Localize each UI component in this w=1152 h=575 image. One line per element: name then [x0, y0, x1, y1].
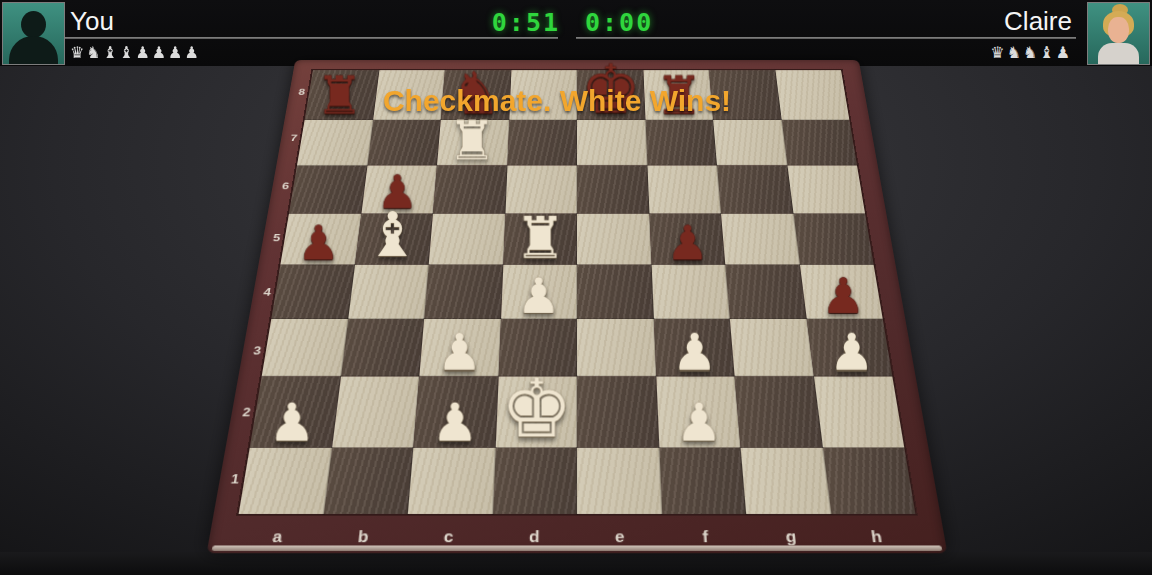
- square-c5[interactable]: [429, 214, 505, 265]
- square-a5[interactable]: ♟: [280, 214, 361, 265]
- captured-pieces-claire: ♛♞♞♝♟: [990, 43, 1072, 62]
- square-e1[interactable]: [577, 448, 662, 514]
- square-b7[interactable]: [367, 120, 441, 166]
- square-f4[interactable]: [651, 265, 730, 319]
- square-b2[interactable]: [332, 377, 420, 448]
- square-d5[interactable]: ♜: [503, 214, 577, 265]
- square-g4[interactable]: [725, 265, 806, 319]
- square-f6[interactable]: [647, 166, 721, 214]
- square-c4[interactable]: [424, 265, 503, 319]
- square-a6[interactable]: [289, 166, 367, 214]
- piece-black-pawn[interactable]: ♟: [297, 218, 340, 266]
- avatar-silhouette-icon: [21, 11, 46, 38]
- captured-pawn-icon: ♟: [152, 43, 168, 62]
- square-b1[interactable]: [323, 448, 413, 514]
- square-e2[interactable]: [577, 377, 659, 448]
- square-c2[interactable]: ♟: [413, 377, 498, 448]
- captured-bishop-icon: ♝: [103, 43, 119, 62]
- piece-white-king[interactable]: ♚: [500, 368, 572, 449]
- board-squares: ♜♞♚♜♜♟♟♝♜♟♟♟♟♟♟♟♟♚♟: [239, 70, 916, 514]
- square-e4[interactable]: [577, 265, 653, 319]
- piece-black-pawn[interactable]: ♟: [822, 271, 866, 320]
- square-d1[interactable]: [492, 448, 577, 514]
- captured-bishop-icon: ♝: [119, 43, 135, 62]
- square-e7[interactable]: [577, 120, 647, 166]
- square-f2[interactable]: ♟: [656, 377, 741, 448]
- captured-queen-icon: ♛: [990, 43, 1006, 62]
- piece-white-pawn[interactable]: ♟: [676, 396, 723, 449]
- square-g1[interactable]: [741, 448, 831, 514]
- square-a2[interactable]: ♟: [250, 377, 341, 448]
- piece-white-pawn[interactable]: ♟: [268, 396, 315, 449]
- square-g5[interactable]: [721, 214, 799, 265]
- square-e3[interactable]: [577, 319, 656, 377]
- captured-pawn-icon: ♟: [168, 43, 184, 62]
- square-h6[interactable]: [787, 166, 865, 214]
- square-g2[interactable]: [735, 377, 823, 448]
- clock-black: 0:00: [585, 8, 653, 37]
- square-h2[interactable]: [814, 377, 905, 448]
- piece-white-pawn[interactable]: ♟: [431, 396, 478, 449]
- square-h1[interactable]: [822, 448, 915, 514]
- square-a7[interactable]: [297, 120, 373, 166]
- square-h4[interactable]: ♟: [799, 265, 882, 319]
- piece-white-pawn[interactable]: ♟: [436, 327, 481, 378]
- captured-pawn-icon: ♟: [1056, 43, 1072, 62]
- square-b5[interactable]: ♝: [355, 214, 433, 265]
- square-h7[interactable]: [781, 120, 857, 166]
- avatar-claire: [1087, 2, 1150, 65]
- captured-knight-icon: ♞: [1007, 43, 1023, 62]
- square-g7[interactable]: [713, 120, 787, 166]
- square-e6[interactable]: [577, 166, 649, 214]
- piece-white-bishop[interactable]: ♝: [365, 205, 420, 266]
- square-b4[interactable]: [348, 265, 429, 319]
- captured-pieces-you: ♛♞♝♝♟♟♟♟: [70, 43, 201, 62]
- piece-white-pawn[interactable]: ♟: [829, 327, 874, 378]
- piece-white-pawn[interactable]: ♟: [672, 327, 717, 378]
- square-d2[interactable]: ♚: [495, 377, 577, 448]
- square-g6[interactable]: [717, 166, 793, 214]
- square-f5[interactable]: ♟: [649, 214, 725, 265]
- square-a3[interactable]: [262, 319, 348, 377]
- player-name-claire: Claire: [1004, 6, 1072, 37]
- square-f3[interactable]: ♟: [653, 319, 734, 377]
- square-d4[interactable]: ♟: [501, 265, 577, 319]
- square-b3[interactable]: [340, 319, 424, 377]
- square-e5[interactable]: [577, 214, 651, 265]
- piece-black-pawn[interactable]: ♟: [667, 218, 710, 266]
- square-c7[interactable]: ♜: [437, 120, 509, 166]
- square-c3[interactable]: ♟: [419, 319, 500, 377]
- square-f7[interactable]: [645, 120, 717, 166]
- square-c6[interactable]: [433, 166, 507, 214]
- square-a1[interactable]: [239, 448, 332, 514]
- square-d7[interactable]: [507, 120, 577, 166]
- square-g3[interactable]: [730, 319, 814, 377]
- square-h3[interactable]: ♟: [806, 319, 892, 377]
- captured-pawn-icon: ♟: [184, 43, 200, 62]
- square-h5[interactable]: [793, 214, 874, 265]
- captured-pawn-icon: ♟: [135, 43, 151, 62]
- square-c1[interactable]: [408, 448, 495, 514]
- clock-white: 0:51: [492, 8, 560, 37]
- piece-white-pawn[interactable]: ♟: [517, 271, 561, 320]
- captured-bishop-icon: ♝: [1039, 43, 1055, 62]
- captured-knight-icon: ♞: [1023, 43, 1039, 62]
- player-name-you: You: [70, 6, 114, 37]
- captured-queen-icon: ♛: [70, 43, 86, 62]
- square-f1[interactable]: [659, 448, 746, 514]
- piece-white-rook[interactable]: ♜: [514, 209, 566, 266]
- piece-white-rook[interactable]: ♜: [448, 113, 497, 167]
- avatar-you: [2, 2, 65, 65]
- square-a4[interactable]: [271, 265, 354, 319]
- captured-knight-icon: ♞: [86, 43, 102, 62]
- checkmate-banner: Checkmate. White Wins!: [277, 84, 837, 118]
